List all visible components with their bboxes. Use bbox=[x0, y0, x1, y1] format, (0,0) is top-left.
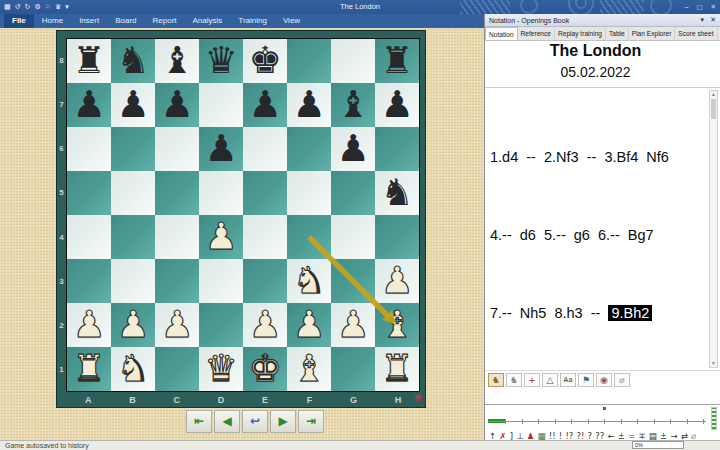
file-label-e: E bbox=[243, 393, 287, 408]
white-pawn: ♟ bbox=[116, 303, 149, 347]
white-knight: ♞ bbox=[116, 347, 149, 391]
white-queen: ♛ bbox=[204, 347, 237, 391]
moves-line[interactable]: 4.-- d6 5.-- g6 6.-- Bg7 bbox=[490, 222, 703, 248]
text-annotation-icon[interactable]: Aa bbox=[560, 373, 576, 387]
annotate-knight-icon[interactable]: ♞ bbox=[488, 373, 504, 387]
white-pawn: ♟ bbox=[336, 303, 369, 347]
medal-icon[interactable]: ◉ bbox=[596, 373, 612, 387]
scrollbar-thumb[interactable] bbox=[711, 99, 716, 119]
square-g3[interactable] bbox=[331, 259, 375, 303]
square-f5[interactable] bbox=[287, 171, 331, 215]
rank-label-1: 1 bbox=[57, 348, 66, 392]
square-f4[interactable] bbox=[287, 215, 331, 259]
square-a5[interactable] bbox=[67, 171, 111, 215]
square-a8[interactable]: ♜ bbox=[67, 39, 111, 83]
square-c4[interactable] bbox=[155, 215, 199, 259]
game-navigation: ⇤◀↩▶⇥ bbox=[70, 410, 440, 433]
panel-tabbar: NotationReferenceReplay trainingTablePla… bbox=[485, 27, 720, 41]
menu-item-view[interactable]: View bbox=[275, 14, 308, 28]
white-pawn: ♟ bbox=[380, 259, 413, 303]
square-d5[interactable] bbox=[199, 171, 243, 215]
white-bishop: ♝ bbox=[380, 303, 413, 347]
panel-title: Notation - Openings Book bbox=[489, 17, 569, 24]
black-bishop: ♝ bbox=[160, 39, 193, 83]
file-label-h: H bbox=[376, 393, 420, 408]
square-f8[interactable] bbox=[287, 39, 331, 83]
square-f3[interactable]: ♞ bbox=[287, 259, 331, 303]
notation-moves[interactable]: 1.d4 -- 2.Nf3 -- 3.Bf4 Nf6 4.-- d6 5.-- … bbox=[490, 92, 703, 378]
status-message: Game autosaved to history bbox=[5, 441, 89, 450]
menu-item-training[interactable]: Training bbox=[230, 14, 275, 28]
square-e1[interactable]: ♚ bbox=[243, 347, 287, 391]
square-e2[interactable]: ♟ bbox=[243, 303, 287, 347]
graph-tick bbox=[538, 419, 539, 424]
rank-label-5: 5 bbox=[57, 171, 66, 215]
status-bar: Game autosaved to history bbox=[0, 440, 720, 450]
tab-plan-explorer[interactable]: Plan Explorer bbox=[629, 27, 676, 40]
square-d4[interactable]: ♟ bbox=[199, 215, 243, 259]
black-pawn: ♟ bbox=[116, 83, 149, 127]
black-rook: ♜ bbox=[72, 39, 105, 83]
square-h3[interactable]: ♟ bbox=[375, 259, 419, 303]
square-c6[interactable] bbox=[155, 127, 199, 171]
white-pawn: ♟ bbox=[292, 303, 325, 347]
black-pawn: ♟ bbox=[72, 83, 105, 127]
square-c1[interactable] bbox=[155, 347, 199, 391]
tab-reference[interactable]: Reference bbox=[518, 27, 555, 40]
white-pawn: ♟ bbox=[248, 303, 281, 347]
square-h5[interactable]: ♞ bbox=[375, 171, 419, 215]
graph-tick bbox=[637, 419, 638, 424]
forward-button[interactable]: ▶ bbox=[270, 410, 296, 433]
file-label-d: D bbox=[199, 393, 243, 408]
square-b7[interactable]: ♟ bbox=[111, 83, 155, 127]
file-labels: ABCDEFGH bbox=[66, 393, 420, 408]
file-label-b: B bbox=[110, 393, 154, 408]
graph-tick bbox=[571, 419, 572, 424]
tab-table[interactable]: Table bbox=[606, 27, 629, 40]
graph-tick bbox=[654, 419, 655, 424]
chess-board: 87654321 ♜♞♝♛♚♜♟♟♟♟♟♝♟♟♟♞♟♞♟♟♟♟♟♟♟♝♜♞♛♚♝… bbox=[56, 30, 426, 408]
graph-tick bbox=[621, 419, 622, 424]
rank-labels: 87654321 bbox=[57, 38, 66, 392]
square-e8[interactable]: ♚ bbox=[243, 39, 287, 83]
menu-item-file[interactable]: File bbox=[4, 14, 34, 28]
menu-bar: FileHomeInsertBoardReportAnalysisTrainin… bbox=[0, 14, 484, 28]
board-squares[interactable]: ♜♞♝♛♚♜♟♟♟♟♟♝♟♟♟♞♟♞♟♟♟♟♟♟♟♝♜♞♛♚♝♜ bbox=[66, 38, 420, 392]
square-f7[interactable]: ♟ bbox=[287, 83, 331, 127]
square-f2[interactable]: ♟ bbox=[287, 303, 331, 347]
white-pawn: ♟ bbox=[72, 303, 105, 347]
delete-annotation-icon[interactable]: ♞ bbox=[506, 373, 522, 387]
white-king: ♚ bbox=[248, 347, 281, 391]
square-g1[interactable] bbox=[331, 347, 375, 391]
white-pawn: ♟ bbox=[160, 303, 193, 347]
menu-item-analysis[interactable]: Analysis bbox=[185, 14, 231, 28]
square-g2[interactable]: ♟ bbox=[331, 303, 375, 347]
menu-item-home[interactable]: Home bbox=[34, 14, 71, 28]
back-button[interactable]: ◀ bbox=[214, 410, 240, 433]
square-e6[interactable] bbox=[243, 127, 287, 171]
tab-notation[interactable]: Notation bbox=[485, 27, 518, 40]
title-bar: ▦↺↻⚙♘♛▾ The London –▢✕ bbox=[0, 0, 720, 14]
square-e3[interactable] bbox=[243, 259, 287, 303]
graph-tick bbox=[687, 419, 688, 424]
graph-marker bbox=[603, 407, 606, 410]
white-rook: ♜ bbox=[380, 347, 413, 391]
panel-collapse-icon[interactable]: ▾ bbox=[701, 16, 705, 24]
square-c5[interactable] bbox=[155, 171, 199, 215]
maximize-button[interactable]: ▢ bbox=[696, 0, 702, 13]
square-g5[interactable] bbox=[331, 171, 375, 215]
graph-tick bbox=[555, 419, 556, 424]
square-h7[interactable]: ♟ bbox=[375, 83, 419, 127]
square-d1[interactable]: ♛ bbox=[199, 347, 243, 391]
black-queen: ♛ bbox=[204, 39, 237, 83]
graph-tick bbox=[604, 419, 605, 424]
rank-label-7: 7 bbox=[57, 82, 66, 126]
black-king: ♚ bbox=[248, 39, 281, 83]
evaluation-graph[interactable] bbox=[485, 404, 720, 431]
square-c8[interactable]: ♝ bbox=[155, 39, 199, 83]
square-b1[interactable]: ♞ bbox=[111, 347, 155, 391]
menu-item-board[interactable]: Board bbox=[107, 14, 144, 28]
notation-scrollbar[interactable]: ▲ ▼ bbox=[709, 90, 718, 368]
square-d2[interactable] bbox=[199, 303, 243, 347]
attachment-icon[interactable]: ⌀ bbox=[614, 373, 630, 387]
square-h6[interactable] bbox=[375, 127, 419, 171]
square-f6[interactable] bbox=[287, 127, 331, 171]
square-d7[interactable] bbox=[199, 83, 243, 127]
file-label-a: A bbox=[66, 393, 110, 408]
square-h1[interactable]: ♜ bbox=[375, 347, 419, 391]
square-b5[interactable] bbox=[111, 171, 155, 215]
black-pawn: ♟ bbox=[204, 127, 237, 171]
square-c3[interactable] bbox=[155, 259, 199, 303]
graph-scrollbar[interactable] bbox=[711, 407, 717, 430]
graph-tick bbox=[670, 419, 671, 424]
menu-item-report[interactable]: Report bbox=[145, 14, 185, 28]
square-h8[interactable]: ♜ bbox=[375, 39, 419, 83]
graph-tick bbox=[703, 419, 704, 424]
square-g8[interactable] bbox=[331, 39, 375, 83]
cross-icon[interactable]: + bbox=[524, 373, 540, 387]
square-a6[interactable] bbox=[67, 127, 111, 171]
notation-panel: Notation - Openings Book ▾ ✕ NotationRef… bbox=[484, 14, 720, 440]
game-date: 05.02.2022 bbox=[485, 64, 706, 80]
square-a1[interactable]: ♜ bbox=[67, 347, 111, 391]
white-bishop: ♝ bbox=[292, 347, 325, 391]
file-label-c: C bbox=[155, 393, 199, 408]
square-a3[interactable] bbox=[67, 259, 111, 303]
square-g4[interactable] bbox=[331, 215, 375, 259]
white-pawn: ♟ bbox=[204, 215, 237, 259]
minimize-button[interactable]: – bbox=[685, 0, 689, 13]
menu-item-insert[interactable]: Insert bbox=[71, 14, 107, 28]
rank-label-3: 3 bbox=[57, 259, 66, 303]
square-b3[interactable] bbox=[111, 259, 155, 303]
black-rook: ♜ bbox=[380, 39, 413, 83]
black-pawn: ♟ bbox=[380, 83, 413, 127]
square-b8[interactable]: ♞ bbox=[111, 39, 155, 83]
divider bbox=[485, 87, 720, 88]
graph-tick bbox=[505, 419, 506, 424]
go-to-end-button[interactable]: ⇥ bbox=[298, 410, 324, 433]
white-rook: ♜ bbox=[72, 347, 105, 391]
file-label-g: G bbox=[332, 393, 376, 408]
square-a2[interactable]: ♟ bbox=[67, 303, 111, 347]
panel-close-icon[interactable]: ✕ bbox=[710, 16, 716, 24]
black-pawn: ♟ bbox=[336, 127, 369, 171]
square-d6[interactable]: ♟ bbox=[199, 127, 243, 171]
rank-label-4: 4 bbox=[57, 215, 66, 259]
tab-score-sheet[interactable]: Score sheet bbox=[675, 27, 717, 40]
game-title: The London bbox=[485, 42, 706, 60]
square-a4[interactable] bbox=[67, 215, 111, 259]
tab-replay-training[interactable]: Replay training bbox=[555, 27, 606, 40]
window-title: The London bbox=[0, 0, 720, 14]
annotation-toolbar: ♞♞+△Aa⚑◉⌀ bbox=[485, 370, 720, 389]
square-b6[interactable] bbox=[111, 127, 155, 171]
moves-line[interactable]: 7.-- Nh5 8.h3 -- 9.Bh2 bbox=[490, 300, 703, 326]
close-button[interactable]: ✕ bbox=[711, 0, 716, 13]
square-a7[interactable]: ♟ bbox=[67, 83, 111, 127]
current-move[interactable]: 9.Bh2 bbox=[608, 305, 652, 321]
file-label-f: F bbox=[287, 393, 331, 408]
white-knight: ♞ bbox=[292, 259, 325, 303]
triangle-icon[interactable]: △ bbox=[542, 373, 558, 387]
panel-header[interactable]: Notation - Openings Book ▾ ✕ bbox=[485, 14, 720, 27]
square-e4[interactable] bbox=[243, 215, 287, 259]
square-d3[interactable] bbox=[199, 259, 243, 303]
square-b4[interactable] bbox=[111, 215, 155, 259]
square-g6[interactable]: ♟ bbox=[331, 127, 375, 171]
square-f1[interactable]: ♝ bbox=[287, 347, 331, 391]
black-knight: ♞ bbox=[380, 171, 413, 215]
graph-tick bbox=[522, 419, 523, 424]
moves-line[interactable]: 1.d4 -- 2.Nf3 -- 3.Bf4 Nf6 bbox=[490, 144, 703, 170]
go-to-start-button[interactable]: ⇤ bbox=[186, 410, 212, 433]
square-h4[interactable] bbox=[375, 215, 419, 259]
square-e7[interactable]: ♟ bbox=[243, 83, 287, 127]
square-b2[interactable]: ♟ bbox=[111, 303, 155, 347]
graph-tick bbox=[588, 419, 589, 424]
rank-label-6: 6 bbox=[57, 127, 66, 171]
progress-bar: 0% bbox=[632, 441, 684, 449]
square-g7[interactable]: ♝ bbox=[331, 83, 375, 127]
takeback-button[interactable]: ↩ bbox=[242, 410, 268, 433]
rank-label-2: 2 bbox=[57, 304, 66, 348]
square-c2[interactable]: ♟ bbox=[155, 303, 199, 347]
square-d8[interactable]: ♛ bbox=[199, 39, 243, 83]
window-controls: –▢✕ bbox=[685, 0, 716, 13]
side-to-move-indicator bbox=[415, 394, 424, 403]
black-pawn: ♟ bbox=[292, 83, 325, 127]
black-knight: ♞ bbox=[116, 39, 149, 83]
square-h2[interactable]: ♝ bbox=[375, 303, 419, 347]
rank-label-8: 8 bbox=[57, 38, 66, 82]
black-pawn: ♟ bbox=[160, 83, 193, 127]
black-pawn: ♟ bbox=[248, 83, 281, 127]
black-bishop: ♝ bbox=[336, 83, 369, 127]
square-e5[interactable] bbox=[243, 171, 287, 215]
square-c7[interactable]: ♟ bbox=[155, 83, 199, 127]
flag-icon[interactable]: ⚑ bbox=[578, 373, 594, 387]
